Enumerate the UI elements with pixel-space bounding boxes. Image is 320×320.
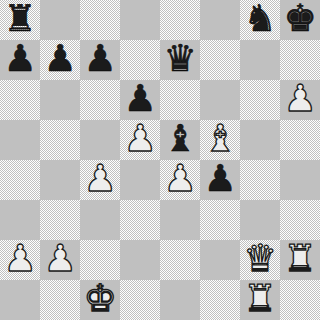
square-c6[interactable] xyxy=(80,80,120,120)
piece-black-pawn[interactable]: ♟ xyxy=(203,160,236,199)
square-d6[interactable]: ♟ xyxy=(120,80,160,120)
square-a4[interactable] xyxy=(0,160,40,200)
square-b3[interactable] xyxy=(40,200,80,240)
square-g6[interactable] xyxy=(240,80,280,120)
square-d1[interactable] xyxy=(120,280,160,320)
square-d2[interactable] xyxy=(120,240,160,280)
piece-white-pawn[interactable]: ♟ xyxy=(163,160,196,199)
square-f4[interactable]: ♟ xyxy=(200,160,240,200)
square-b6[interactable] xyxy=(40,80,80,120)
piece-black-knight[interactable]: ♞ xyxy=(243,0,276,39)
square-h1[interactable] xyxy=(280,280,320,320)
piece-white-pawn[interactable]: ♟ xyxy=(283,80,316,119)
piece-black-rook[interactable]: ♜ xyxy=(3,0,36,39)
piece-white-pawn[interactable]: ♟ xyxy=(83,160,116,199)
piece-black-bishop[interactable]: ♝ xyxy=(163,120,196,159)
square-f1[interactable] xyxy=(200,280,240,320)
piece-black-pawn[interactable]: ♟ xyxy=(43,40,76,79)
square-g4[interactable] xyxy=(240,160,280,200)
square-a5[interactable] xyxy=(0,120,40,160)
square-f3[interactable] xyxy=(200,200,240,240)
piece-white-pawn[interactable]: ♟ xyxy=(123,120,156,159)
piece-black-queen[interactable]: ♛ xyxy=(163,40,196,79)
square-c5[interactable] xyxy=(80,120,120,160)
piece-black-pawn[interactable]: ♟ xyxy=(123,80,156,119)
square-e8[interactable] xyxy=(160,0,200,40)
square-e7[interactable]: ♛ xyxy=(160,40,200,80)
square-e2[interactable] xyxy=(160,240,200,280)
square-b5[interactable] xyxy=(40,120,80,160)
square-d3[interactable] xyxy=(120,200,160,240)
square-a7[interactable]: ♟ xyxy=(0,40,40,80)
square-a2[interactable]: ♟ xyxy=(0,240,40,280)
square-b4[interactable] xyxy=(40,160,80,200)
piece-white-pawn[interactable]: ♟ xyxy=(43,240,76,279)
square-a8[interactable]: ♜ xyxy=(0,0,40,40)
square-c4[interactable]: ♟ xyxy=(80,160,120,200)
square-f2[interactable] xyxy=(200,240,240,280)
square-c2[interactable] xyxy=(80,240,120,280)
square-f5[interactable]: ♝ xyxy=(200,120,240,160)
square-d4[interactable] xyxy=(120,160,160,200)
square-h4[interactable] xyxy=(280,160,320,200)
square-e6[interactable] xyxy=(160,80,200,120)
square-e4[interactable]: ♟ xyxy=(160,160,200,200)
square-a1[interactable] xyxy=(0,280,40,320)
square-h2[interactable]: ♜ xyxy=(280,240,320,280)
square-c8[interactable] xyxy=(80,0,120,40)
square-h3[interactable] xyxy=(280,200,320,240)
square-c7[interactable]: ♟ xyxy=(80,40,120,80)
square-h8[interactable]: ♚ xyxy=(280,0,320,40)
square-d8[interactable] xyxy=(120,0,160,40)
square-c1[interactable]: ♚ xyxy=(80,280,120,320)
square-h5[interactable] xyxy=(280,120,320,160)
square-c3[interactable] xyxy=(80,200,120,240)
square-b7[interactable]: ♟ xyxy=(40,40,80,80)
square-d7[interactable] xyxy=(120,40,160,80)
square-h7[interactable] xyxy=(280,40,320,80)
square-e3[interactable] xyxy=(160,200,200,240)
square-e5[interactable]: ♝ xyxy=(160,120,200,160)
piece-white-queen[interactable]: ♛ xyxy=(243,240,276,279)
piece-black-pawn[interactable]: ♟ xyxy=(83,40,116,79)
piece-white-rook[interactable]: ♜ xyxy=(243,280,276,319)
piece-white-pawn[interactable]: ♟ xyxy=(3,240,36,279)
square-g2[interactable]: ♛ xyxy=(240,240,280,280)
piece-white-rook[interactable]: ♜ xyxy=(283,240,316,279)
piece-white-bishop[interactable]: ♝ xyxy=(203,120,236,159)
square-a3[interactable] xyxy=(0,200,40,240)
square-a6[interactable] xyxy=(0,80,40,120)
square-b1[interactable] xyxy=(40,280,80,320)
square-f6[interactable] xyxy=(200,80,240,120)
square-d5[interactable]: ♟ xyxy=(120,120,160,160)
square-g8[interactable]: ♞ xyxy=(240,0,280,40)
chess-board: ♜♞♚♟♟♟♛♟♟♟♝♝♟♟♟♟♟♛♜♚♜ xyxy=(0,0,320,320)
piece-white-king[interactable]: ♚ xyxy=(83,280,116,319)
square-b2[interactable]: ♟ xyxy=(40,240,80,280)
square-g5[interactable] xyxy=(240,120,280,160)
square-h6[interactable]: ♟ xyxy=(280,80,320,120)
square-b8[interactable] xyxy=(40,0,80,40)
square-f8[interactable] xyxy=(200,0,240,40)
square-g7[interactable] xyxy=(240,40,280,80)
piece-black-pawn[interactable]: ♟ xyxy=(3,40,36,79)
square-f7[interactable] xyxy=(200,40,240,80)
square-g3[interactable] xyxy=(240,200,280,240)
square-g1[interactable]: ♜ xyxy=(240,280,280,320)
square-e1[interactable] xyxy=(160,280,200,320)
piece-black-king[interactable]: ♚ xyxy=(283,0,316,39)
